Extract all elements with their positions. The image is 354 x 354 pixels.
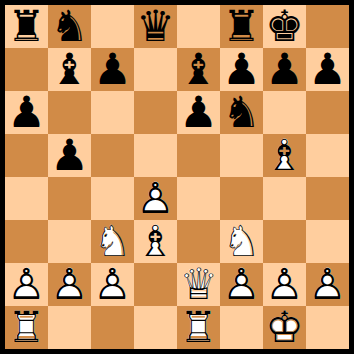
white-king[interactable]: ♚♔ bbox=[263, 306, 306, 349]
square-a1[interactable]: ♜♖ bbox=[5, 306, 48, 349]
white-pawn-outline-glyph: ♙ bbox=[91, 263, 134, 306]
white-pawn-outline-glyph: ♙ bbox=[48, 263, 91, 306]
black-pawn-glyph: ♟ bbox=[306, 48, 349, 91]
white-knight[interactable]: ♞♘ bbox=[91, 220, 134, 263]
square-f8[interactable]: ♜ bbox=[220, 5, 263, 48]
white-pawn-outline-glyph: ♙ bbox=[306, 263, 349, 306]
white-rook-outline-glyph: ♖ bbox=[177, 306, 220, 349]
square-b8[interactable]: ♞ bbox=[48, 5, 91, 48]
square-h2[interactable]: ♟♙ bbox=[306, 263, 349, 306]
square-c6[interactable] bbox=[91, 91, 134, 134]
square-e4[interactable] bbox=[177, 177, 220, 220]
black-pawn-glyph: ♟ bbox=[177, 91, 220, 134]
black-rook-glyph: ♜ bbox=[5, 5, 48, 48]
square-a8[interactable]: ♜ bbox=[5, 5, 48, 48]
square-f1[interactable] bbox=[220, 306, 263, 349]
square-g7[interactable]: ♟ bbox=[263, 48, 306, 91]
white-pawn[interactable]: ♟♙ bbox=[5, 263, 48, 306]
square-e2[interactable]: ♛♕ bbox=[177, 263, 220, 306]
square-d8[interactable]: ♛ bbox=[134, 5, 177, 48]
square-f7[interactable]: ♟ bbox=[220, 48, 263, 91]
square-f2[interactable]: ♟♙ bbox=[220, 263, 263, 306]
white-pawn[interactable]: ♟♙ bbox=[220, 263, 263, 306]
black-queen[interactable]: ♛ bbox=[134, 5, 177, 48]
black-rook[interactable]: ♜ bbox=[220, 5, 263, 48]
black-knight[interactable]: ♞ bbox=[48, 5, 91, 48]
square-d7[interactable] bbox=[134, 48, 177, 91]
white-pawn[interactable]: ♟♙ bbox=[306, 263, 349, 306]
square-e6[interactable]: ♟ bbox=[177, 91, 220, 134]
square-b2[interactable]: ♟♙ bbox=[48, 263, 91, 306]
square-d2[interactable] bbox=[134, 263, 177, 306]
square-e7[interactable]: ♝ bbox=[177, 48, 220, 91]
white-pawn[interactable]: ♟♙ bbox=[91, 263, 134, 306]
square-a5[interactable] bbox=[5, 134, 48, 177]
square-e3[interactable] bbox=[177, 220, 220, 263]
square-f6[interactable]: ♞ bbox=[220, 91, 263, 134]
black-pawn-glyph: ♟ bbox=[220, 48, 263, 91]
white-bishop[interactable]: ♝♗ bbox=[134, 220, 177, 263]
black-rook-glyph: ♜ bbox=[220, 5, 263, 48]
square-c5[interactable] bbox=[91, 134, 134, 177]
black-pawn-glyph: ♟ bbox=[48, 134, 91, 177]
black-bishop[interactable]: ♝ bbox=[177, 48, 220, 91]
square-a6[interactable]: ♟ bbox=[5, 91, 48, 134]
black-knight[interactable]: ♞ bbox=[220, 91, 263, 134]
square-c3[interactable]: ♞♘ bbox=[91, 220, 134, 263]
square-d4[interactable]: ♟♙ bbox=[134, 177, 177, 220]
square-d6[interactable] bbox=[134, 91, 177, 134]
square-c1[interactable] bbox=[91, 306, 134, 349]
square-c7[interactable]: ♟ bbox=[91, 48, 134, 91]
square-g1[interactable]: ♚♔ bbox=[263, 306, 306, 349]
square-e5[interactable] bbox=[177, 134, 220, 177]
white-pawn-outline-glyph: ♙ bbox=[134, 177, 177, 220]
black-pawn[interactable]: ♟ bbox=[306, 48, 349, 91]
square-a3[interactable] bbox=[5, 220, 48, 263]
board-frame: ♜♞♛♜♚♝♟♝♟♟♟♟♟♞♟♝♗♟♙♞♘♝♗♞♘♟♙♟♙♟♙♛♕♟♙♟♙♟♙♜… bbox=[0, 0, 354, 354]
black-pawn[interactable]: ♟ bbox=[91, 48, 134, 91]
square-a7[interactable] bbox=[5, 48, 48, 91]
black-pawn[interactable]: ♟ bbox=[5, 91, 48, 134]
black-pawn-glyph: ♟ bbox=[91, 48, 134, 91]
white-pawn[interactable]: ♟♙ bbox=[48, 263, 91, 306]
black-queen-glyph: ♛ bbox=[134, 5, 177, 48]
square-b7[interactable]: ♝ bbox=[48, 48, 91, 91]
black-pawn[interactable]: ♟ bbox=[263, 48, 306, 91]
white-pawn-outline-glyph: ♙ bbox=[263, 263, 306, 306]
square-h3[interactable] bbox=[306, 220, 349, 263]
black-king-glyph: ♚ bbox=[263, 5, 306, 48]
white-bishop-outline-glyph: ♗ bbox=[134, 220, 177, 263]
white-bishop-outline-glyph: ♗ bbox=[263, 134, 306, 177]
black-pawn[interactable]: ♟ bbox=[177, 91, 220, 134]
square-a4[interactable] bbox=[5, 177, 48, 220]
square-g8[interactable]: ♚ bbox=[263, 5, 306, 48]
square-e8[interactable] bbox=[177, 5, 220, 48]
white-bishop[interactable]: ♝♗ bbox=[263, 134, 306, 177]
square-e1[interactable]: ♜♖ bbox=[177, 306, 220, 349]
black-pawn[interactable]: ♟ bbox=[48, 134, 91, 177]
black-bishop[interactable]: ♝ bbox=[48, 48, 91, 91]
square-h6[interactable] bbox=[306, 91, 349, 134]
black-king[interactable]: ♚ bbox=[263, 5, 306, 48]
square-c8[interactable] bbox=[91, 5, 134, 48]
white-rook[interactable]: ♜♖ bbox=[177, 306, 220, 349]
square-d1[interactable] bbox=[134, 306, 177, 349]
white-rook-outline-glyph: ♖ bbox=[5, 306, 48, 349]
square-d3[interactable]: ♝♗ bbox=[134, 220, 177, 263]
chess-board: ♜♞♛♜♚♝♟♝♟♟♟♟♟♞♟♝♗♟♙♞♘♝♗♞♘♟♙♟♙♟♙♛♕♟♙♟♙♟♙♜… bbox=[5, 5, 349, 349]
black-knight-glyph: ♞ bbox=[48, 5, 91, 48]
square-f5[interactable] bbox=[220, 134, 263, 177]
square-h4[interactable] bbox=[306, 177, 349, 220]
square-g4[interactable] bbox=[263, 177, 306, 220]
black-bishop-glyph: ♝ bbox=[48, 48, 91, 91]
square-h5[interactable] bbox=[306, 134, 349, 177]
square-g3[interactable] bbox=[263, 220, 306, 263]
white-queen-outline-glyph: ♕ bbox=[177, 263, 220, 306]
white-queen[interactable]: ♛♕ bbox=[177, 263, 220, 306]
square-g6[interactable] bbox=[263, 91, 306, 134]
square-c2[interactable]: ♟♙ bbox=[91, 263, 134, 306]
white-pawn-outline-glyph: ♙ bbox=[5, 263, 48, 306]
black-pawn-glyph: ♟ bbox=[263, 48, 306, 91]
square-d5[interactable] bbox=[134, 134, 177, 177]
white-knight-outline-glyph: ♘ bbox=[220, 220, 263, 263]
white-pawn[interactable]: ♟♙ bbox=[263, 263, 306, 306]
black-pawn-glyph: ♟ bbox=[5, 91, 48, 134]
white-rook[interactable]: ♜♖ bbox=[5, 306, 48, 349]
square-b3[interactable] bbox=[48, 220, 91, 263]
white-pawn[interactable]: ♟♙ bbox=[134, 177, 177, 220]
square-b1[interactable] bbox=[48, 306, 91, 349]
white-knight[interactable]: ♞♘ bbox=[220, 220, 263, 263]
square-f3[interactable]: ♞♘ bbox=[220, 220, 263, 263]
white-king-outline-glyph: ♔ bbox=[263, 306, 306, 349]
square-h1[interactable] bbox=[306, 306, 349, 349]
square-g5[interactable]: ♝♗ bbox=[263, 134, 306, 177]
square-b5[interactable]: ♟ bbox=[48, 134, 91, 177]
square-g2[interactable]: ♟♙ bbox=[263, 263, 306, 306]
square-b4[interactable] bbox=[48, 177, 91, 220]
black-pawn[interactable]: ♟ bbox=[220, 48, 263, 91]
black-knight-glyph: ♞ bbox=[220, 91, 263, 134]
black-bishop-glyph: ♝ bbox=[177, 48, 220, 91]
square-f4[interactable] bbox=[220, 177, 263, 220]
square-c4[interactable] bbox=[91, 177, 134, 220]
white-knight-outline-glyph: ♘ bbox=[91, 220, 134, 263]
square-a2[interactable]: ♟♙ bbox=[5, 263, 48, 306]
white-pawn-outline-glyph: ♙ bbox=[220, 263, 263, 306]
square-h8[interactable] bbox=[306, 5, 349, 48]
black-rook[interactable]: ♜ bbox=[5, 5, 48, 48]
square-b6[interactable] bbox=[48, 91, 91, 134]
square-h7[interactable]: ♟ bbox=[306, 48, 349, 91]
